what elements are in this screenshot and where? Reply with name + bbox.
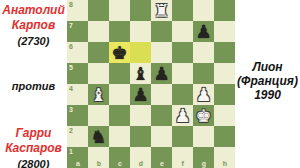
square-c5 xyxy=(109,63,130,84)
black-bishop: ♝ xyxy=(132,63,148,84)
square-g2 xyxy=(193,126,214,147)
square-b7 xyxy=(88,21,109,42)
player-bottom-name-line1: Гарри xyxy=(0,126,67,141)
event-info: Лион (Франция) 1990 xyxy=(235,60,300,102)
square-d8 xyxy=(130,0,151,21)
player-top-rating: (2730) xyxy=(0,34,67,48)
square-c1: c xyxy=(109,147,130,168)
file-label-d: d xyxy=(139,160,143,167)
white-bishop: ♝ xyxy=(90,84,106,105)
square-c3 xyxy=(109,105,130,126)
square-e4 xyxy=(151,84,172,105)
white-pawn: ♟ xyxy=(174,105,190,126)
player-top-name-line1: Анатолий xyxy=(0,3,67,18)
square-c4 xyxy=(109,84,130,105)
square-d4: ♟ xyxy=(130,84,151,105)
square-h2 xyxy=(214,126,235,147)
square-e1: e xyxy=(151,147,172,168)
file-label-b: b xyxy=(97,160,101,167)
square-a6: 6 xyxy=(67,42,88,63)
square-a4: 4 xyxy=(67,84,88,105)
chess-diagram: Анатолий Карпов (2730) против Гарри Касп… xyxy=(0,0,300,168)
square-g8 xyxy=(193,0,214,21)
square-e6 xyxy=(151,42,172,63)
square-f3: ♟ xyxy=(172,105,193,126)
black-pawn: ♟ xyxy=(153,63,169,84)
rank-label-4: 4 xyxy=(69,85,73,92)
square-a3: 3 xyxy=(67,105,88,126)
players-panel: Анатолий Карпов (2730) против Гарри Касп… xyxy=(0,0,67,168)
square-b6 xyxy=(88,42,109,63)
square-f6 xyxy=(172,42,193,63)
square-b1: b xyxy=(88,147,109,168)
chess-board: 8♜7♟6♚5♝♟4♝♟♟3♟♚2♞1abcdefgh xyxy=(67,0,235,168)
square-c2 xyxy=(109,126,130,147)
black-king: ♚ xyxy=(111,42,127,63)
black-pawn: ♟ xyxy=(132,84,148,105)
event-panel: Лион (Франция) 1990 xyxy=(235,0,300,168)
black-knight: ♞ xyxy=(90,126,106,147)
square-a1: 1a xyxy=(67,147,88,168)
square-g7: ♟ xyxy=(193,21,214,42)
square-h4 xyxy=(214,84,235,105)
square-d2 xyxy=(130,126,151,147)
square-f5 xyxy=(172,63,193,84)
player-top: Анатолий Карпов (2730) xyxy=(0,3,67,48)
square-b3 xyxy=(88,105,109,126)
square-c8 xyxy=(109,0,130,21)
square-d1: d xyxy=(130,147,151,168)
square-h6 xyxy=(214,42,235,63)
white-pawn: ♟ xyxy=(195,84,211,105)
square-f2 xyxy=(172,126,193,147)
square-f8 xyxy=(172,0,193,21)
square-e5: ♟ xyxy=(151,63,172,84)
square-d3 xyxy=(130,105,151,126)
file-label-c: c xyxy=(118,160,122,167)
square-h7 xyxy=(214,21,235,42)
versus-label: против xyxy=(0,80,67,93)
square-g3: ♚ xyxy=(193,105,214,126)
square-d7 xyxy=(130,21,151,42)
rank-label-7: 7 xyxy=(69,22,73,29)
square-b5 xyxy=(88,63,109,84)
square-f7 xyxy=(172,21,193,42)
rank-label-6: 6 xyxy=(69,43,73,50)
square-h8 xyxy=(214,0,235,21)
player-bottom-name-line2: Каспаров xyxy=(0,141,67,156)
square-d5: ♝ xyxy=(130,63,151,84)
square-a5: 5 xyxy=(67,63,88,84)
square-b4: ♝ xyxy=(88,84,109,105)
file-label-h: h xyxy=(223,160,227,167)
player-top-name-line2: Карпов xyxy=(0,18,67,33)
event-year: 1990 xyxy=(235,88,300,102)
event-location-line1: Лион xyxy=(235,60,300,74)
square-e7 xyxy=(151,21,172,42)
black-pawn: ♟ xyxy=(195,21,211,42)
square-d6 xyxy=(130,42,151,63)
square-b8 xyxy=(88,0,109,21)
square-c7 xyxy=(109,21,130,42)
file-label-f: f xyxy=(182,160,184,167)
rank-label-1: 1 xyxy=(69,148,73,155)
player-bottom: Гарри Каспаров (2800) xyxy=(0,126,67,168)
file-label-g: g xyxy=(202,160,206,167)
square-a2: 2 xyxy=(67,126,88,147)
square-e3 xyxy=(151,105,172,126)
rank-label-8: 8 xyxy=(69,1,73,8)
square-g6 xyxy=(193,42,214,63)
file-label-a: a xyxy=(76,160,80,167)
rank-label-5: 5 xyxy=(69,64,73,71)
square-e2 xyxy=(151,126,172,147)
player-bottom-rating: (2800) xyxy=(0,157,67,168)
square-g4: ♟ xyxy=(193,84,214,105)
square-g5 xyxy=(193,63,214,84)
square-g1: g xyxy=(193,147,214,168)
square-a8: 8 xyxy=(67,0,88,21)
file-label-e: e xyxy=(160,160,164,167)
rank-label-2: 2 xyxy=(69,127,73,134)
square-e8: ♜ xyxy=(151,0,172,21)
event-location-line2: (Франция) xyxy=(235,74,300,88)
white-rook: ♜ xyxy=(153,0,169,21)
square-b2: ♞ xyxy=(88,126,109,147)
square-f4 xyxy=(172,84,193,105)
square-h5 xyxy=(214,63,235,84)
square-h1: h xyxy=(214,147,235,168)
white-king: ♚ xyxy=(195,105,211,126)
square-h3 xyxy=(214,105,235,126)
rank-label-3: 3 xyxy=(69,106,73,113)
square-c6: ♚ xyxy=(109,42,130,63)
square-f1: f xyxy=(172,147,193,168)
square-a7: 7 xyxy=(67,21,88,42)
